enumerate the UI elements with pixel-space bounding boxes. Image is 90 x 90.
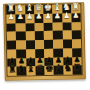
square-r4c2[interactable] xyxy=(16,32,25,41)
white-king-piece[interactable]: ♚ xyxy=(43,2,52,11)
square-r4c6[interactable] xyxy=(53,31,62,40)
square-r5c3[interactable] xyxy=(25,40,34,49)
chessboard-photo: ♜♞♝♛♚♝♞♜♟♟♟♟♟♟♟♟♟♟♟♟♟♟♟♟♜♞♝♛♚♝♞♜ xyxy=(0,0,90,90)
white-knight-piece[interactable]: ♞ xyxy=(62,2,71,11)
black-rook-piece[interactable]: ♜ xyxy=(72,63,81,72)
white-knight-piece[interactable]: ♞ xyxy=(15,3,24,12)
square-r2c3[interactable]: ♟ xyxy=(25,14,34,23)
chess-board: ♜♞♝♛♚♝♞♜♟♟♟♟♟♟♟♟♟♟♟♟♟♟♟♟♜♞♝♛♚♝♞♜ xyxy=(3,2,86,81)
white-pawn-piece[interactable]: ♟ xyxy=(53,12,62,21)
black-bishop-piece[interactable]: ♝ xyxy=(26,64,35,73)
square-r3c2[interactable] xyxy=(16,23,25,32)
square-r4c7[interactable] xyxy=(62,31,71,40)
black-knight-piece[interactable]: ♞ xyxy=(17,64,26,73)
square-r4c5[interactable] xyxy=(44,31,53,40)
square-r5c5[interactable] xyxy=(44,40,53,49)
white-pawn-piece[interactable]: ♟ xyxy=(16,13,25,22)
square-r2c6[interactable]: ♟ xyxy=(53,13,62,22)
square-r2c4[interactable]: ♟ xyxy=(34,14,43,23)
white-pawn-piece[interactable]: ♟ xyxy=(6,13,15,22)
square-r4c4[interactable] xyxy=(35,31,44,40)
square-r2c2[interactable]: ♟ xyxy=(16,14,25,23)
square-r5c4[interactable] xyxy=(35,40,44,49)
square-r8c7[interactable]: ♞ xyxy=(63,66,72,75)
square-r5c1[interactable] xyxy=(7,41,16,50)
square-r2c1[interactable]: ♟ xyxy=(6,14,15,23)
square-r3c7[interactable] xyxy=(62,22,71,31)
white-rook-piece[interactable]: ♜ xyxy=(6,3,15,12)
white-pawn-piece[interactable]: ♟ xyxy=(71,11,80,20)
square-r5c6[interactable] xyxy=(53,40,62,49)
black-bishop-piece[interactable]: ♝ xyxy=(54,63,63,72)
black-knight-piece[interactable]: ♞ xyxy=(63,63,72,72)
square-r8c2[interactable]: ♞ xyxy=(17,67,26,76)
square-r3c4[interactable] xyxy=(34,23,43,32)
square-r5c2[interactable] xyxy=(16,40,25,49)
square-r4c8[interactable] xyxy=(72,30,81,39)
black-king-piece[interactable]: ♚ xyxy=(44,63,53,72)
square-r2c8[interactable]: ♟ xyxy=(71,13,80,22)
square-r8c3[interactable]: ♝ xyxy=(26,66,35,75)
white-queen-piece[interactable]: ♛ xyxy=(34,2,43,11)
white-bishop-piece[interactable]: ♝ xyxy=(52,2,61,11)
square-r2c5[interactable]: ♟ xyxy=(43,14,52,23)
square-r8c1[interactable]: ♜ xyxy=(8,67,17,76)
white-pawn-piece[interactable]: ♟ xyxy=(25,12,34,21)
square-r3c5[interactable] xyxy=(44,22,53,31)
white-pawn-piece[interactable]: ♟ xyxy=(62,12,71,21)
white-pawn-piece[interactable]: ♟ xyxy=(43,12,52,21)
square-r8c4[interactable]: ♛ xyxy=(35,66,44,75)
white-rook-piece[interactable]: ♜ xyxy=(71,2,80,11)
black-rook-piece[interactable]: ♜ xyxy=(7,64,16,73)
black-queen-piece[interactable]: ♛ xyxy=(35,64,44,73)
square-r3c8[interactable] xyxy=(71,22,80,31)
white-bishop-piece[interactable]: ♝ xyxy=(25,3,34,12)
board-squares: ♜♞♝♛♚♝♞♜♟♟♟♟♟♟♟♟♟♟♟♟♟♟♟♟♜♞♝♛♚♝♞♜ xyxy=(6,4,81,76)
square-r4c1[interactable] xyxy=(7,32,16,41)
square-r3c1[interactable] xyxy=(7,23,16,32)
square-r8c8[interactable]: ♜ xyxy=(72,65,81,74)
square-r2c7[interactable]: ♟ xyxy=(62,13,71,22)
square-r3c3[interactable] xyxy=(25,23,34,32)
square-r4c3[interactable] xyxy=(25,31,34,40)
square-r5c7[interactable] xyxy=(62,39,71,48)
square-r8c6[interactable]: ♝ xyxy=(54,66,63,75)
square-r5c8[interactable] xyxy=(72,39,81,48)
white-pawn-piece[interactable]: ♟ xyxy=(34,12,43,21)
square-r8c5[interactable]: ♚ xyxy=(45,66,54,75)
square-r3c6[interactable] xyxy=(53,22,62,31)
